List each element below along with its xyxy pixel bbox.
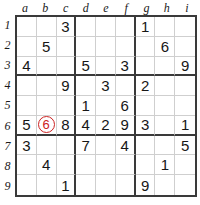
- cell-f5[interactable]: 6: [116, 96, 136, 116]
- cell-h1[interactable]: [155, 17, 175, 37]
- cell-d5[interactable]: 1: [76, 96, 96, 116]
- cell-f2[interactable]: [116, 37, 136, 57]
- cell-h2[interactable]: 6: [155, 37, 175, 57]
- cell-c5[interactable]: [57, 96, 77, 116]
- cell-h8[interactable]: 1: [155, 155, 175, 175]
- cell-h9[interactable]: [155, 175, 175, 195]
- cell-g1[interactable]: 1: [136, 17, 156, 37]
- highlight-circle: 6: [38, 116, 55, 133]
- sudoku-diagram: abcdefghi 123456789 31564539932165684293…: [0, 0, 200, 205]
- cell-i5[interactable]: [175, 96, 195, 116]
- cell-c2[interactable]: [57, 37, 77, 57]
- cell-d4[interactable]: [76, 76, 96, 96]
- cell-f3[interactable]: 3: [116, 57, 136, 77]
- cell-i6[interactable]: 1: [175, 116, 195, 136]
- cell-c7[interactable]: [57, 136, 77, 156]
- cell-c3[interactable]: [57, 57, 77, 77]
- cell-b2[interactable]: 5: [37, 37, 57, 57]
- cell-a4[interactable]: [17, 76, 37, 96]
- cell-a8[interactable]: [17, 155, 37, 175]
- cell-f4[interactable]: [116, 76, 136, 96]
- cell-i4[interactable]: [175, 76, 195, 96]
- cell-a7[interactable]: 3: [17, 136, 37, 156]
- cell-e4[interactable]: 3: [96, 76, 116, 96]
- cell-c1[interactable]: 3: [57, 17, 77, 37]
- column-label-i: i: [177, 0, 197, 15]
- row-label-2: 2: [0, 35, 15, 55]
- cell-d7[interactable]: 7: [76, 136, 96, 156]
- cell-g2[interactable]: [136, 37, 156, 57]
- cell-f6[interactable]: 9: [116, 116, 136, 136]
- cell-e3[interactable]: [96, 57, 116, 77]
- cell-b5[interactable]: [37, 96, 57, 116]
- cell-g8[interactable]: [136, 155, 156, 175]
- column-label-b: b: [35, 0, 55, 15]
- row-labels: 123456789: [0, 15, 15, 197]
- row-label-6: 6: [0, 116, 15, 136]
- column-label-a: a: [15, 0, 35, 15]
- cell-e6[interactable]: 2: [96, 116, 116, 136]
- cell-g3[interactable]: [136, 57, 156, 77]
- column-label-c: c: [55, 0, 75, 15]
- row-label-9: 9: [0, 177, 15, 197]
- cell-e9[interactable]: [96, 175, 116, 195]
- cell-i7[interactable]: 5: [175, 136, 195, 156]
- row-label-3: 3: [0, 55, 15, 75]
- cell-b3[interactable]: [37, 57, 57, 77]
- row-label-8: 8: [0, 157, 15, 177]
- cell-a2[interactable]: [17, 37, 37, 57]
- cell-e2[interactable]: [96, 37, 116, 57]
- cell-c9[interactable]: 1: [57, 175, 77, 195]
- cell-f7[interactable]: 4: [116, 136, 136, 156]
- cell-d3[interactable]: 5: [76, 57, 96, 77]
- cell-g9[interactable]: 9: [136, 175, 156, 195]
- cell-a9[interactable]: [17, 175, 37, 195]
- cell-f1[interactable]: [116, 17, 136, 37]
- column-label-h: h: [157, 0, 177, 15]
- cell-a5[interactable]: [17, 96, 37, 116]
- cell-e5[interactable]: [96, 96, 116, 116]
- cell-h3[interactable]: [155, 57, 175, 77]
- cell-i8[interactable]: [175, 155, 195, 175]
- cell-g6[interactable]: 3: [136, 116, 156, 136]
- cell-d9[interactable]: [76, 175, 96, 195]
- column-labels: abcdefghi: [15, 0, 197, 15]
- cell-d1[interactable]: [76, 17, 96, 37]
- cell-b1[interactable]: [37, 17, 57, 37]
- cell-h6[interactable]: [155, 116, 175, 136]
- cell-f9[interactable]: [116, 175, 136, 195]
- cell-a6[interactable]: 5: [17, 116, 37, 136]
- cell-h5[interactable]: [155, 96, 175, 116]
- cell-e7[interactable]: [96, 136, 116, 156]
- cell-e8[interactable]: [96, 155, 116, 175]
- cell-c4[interactable]: 9: [57, 76, 77, 96]
- cell-g7[interactable]: [136, 136, 156, 156]
- cell-b7[interactable]: [37, 136, 57, 156]
- cell-b8[interactable]: 4: [37, 155, 57, 175]
- cell-b4[interactable]: [37, 76, 57, 96]
- cell-d6[interactable]: 4: [76, 116, 96, 136]
- row-label-7: 7: [0, 136, 15, 156]
- cell-e1[interactable]: [96, 17, 116, 37]
- row-label-4: 4: [0, 76, 15, 96]
- cell-f8[interactable]: [116, 155, 136, 175]
- cell-h7[interactable]: [155, 136, 175, 156]
- cell-b9[interactable]: [37, 175, 57, 195]
- cell-i1[interactable]: [175, 17, 195, 37]
- sudoku-board: 31564539932165684293137454119: [15, 15, 197, 197]
- column-label-e: e: [96, 0, 116, 15]
- cell-h4[interactable]: [155, 76, 175, 96]
- cell-g5[interactable]: [136, 96, 156, 116]
- cell-d8[interactable]: [76, 155, 96, 175]
- cell-i9[interactable]: [175, 175, 195, 195]
- column-label-d: d: [76, 0, 96, 15]
- cell-d2[interactable]: [76, 37, 96, 57]
- cell-c8[interactable]: [57, 155, 77, 175]
- cell-a3[interactable]: 4: [17, 57, 37, 77]
- row-label-5: 5: [0, 96, 15, 116]
- cell-g4[interactable]: 2: [136, 76, 156, 96]
- cell-a1[interactable]: [17, 17, 37, 37]
- column-label-f: f: [116, 0, 136, 15]
- row-label-1: 1: [0, 15, 15, 35]
- cell-i3[interactable]: 9: [175, 57, 195, 77]
- cell-c6[interactable]: 8: [57, 116, 77, 136]
- cell-i2[interactable]: [175, 37, 195, 57]
- cell-b6[interactable]: 6: [37, 116, 57, 136]
- column-label-g: g: [136, 0, 156, 15]
